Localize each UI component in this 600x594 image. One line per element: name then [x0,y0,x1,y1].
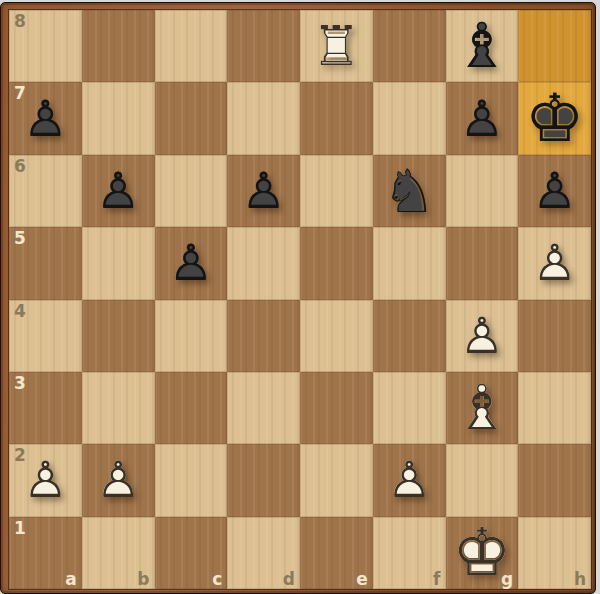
square-f6[interactable]: ♞♘ [373,155,446,227]
square-e6[interactable] [300,155,373,227]
square-h4[interactable] [518,300,591,372]
white-king-outline-icon: ♔ [446,517,519,589]
square-e7[interactable] [300,82,373,154]
chess-board: 8♜♖♝♗7♟♙♟♙♚♔6♟♙♟♙♞♘♟♙5♟♙♟♙4♟♙3♝♗2♟♙♟♙♟♙1… [9,10,591,589]
square-e8[interactable]: ♜♖ [300,10,373,82]
square-b7[interactable] [82,82,155,154]
square-f7[interactable] [373,82,446,154]
square-c5[interactable]: ♟♙ [155,227,228,299]
square-a2[interactable]: 2♟♙ [9,444,82,516]
rank-label-1: 1 [14,519,26,538]
square-c4[interactable] [155,300,228,372]
square-h5[interactable]: ♟♙ [518,227,591,299]
square-d1[interactable]: d [227,517,300,589]
square-h7[interactable]: ♚♔ [518,82,591,154]
rank-label-5: 5 [14,229,26,248]
square-d3[interactable] [227,372,300,444]
rank-label-4: 4 [14,302,26,321]
black-king-outline-icon: ♔ [518,82,591,154]
square-g7[interactable]: ♟♙ [446,82,519,154]
square-g5[interactable] [446,227,519,299]
black-bishop-outline-icon: ♗ [446,10,519,82]
square-e1[interactable]: e [300,517,373,589]
piece-black-pawn-d6[interactable]: ♟♙ [227,155,300,227]
square-d2[interactable] [227,444,300,516]
square-f4[interactable] [373,300,446,372]
square-a6[interactable]: 6 [9,155,82,227]
piece-black-bishop-g8[interactable]: ♝♗ [446,10,519,82]
square-d8[interactable] [227,10,300,82]
black-knight-outline-icon: ♘ [373,155,446,227]
square-b4[interactable] [82,300,155,372]
square-c7[interactable] [155,82,228,154]
square-h8[interactable] [518,10,591,82]
square-c8[interactable] [155,10,228,82]
square-b8[interactable] [82,10,155,82]
square-e5[interactable] [300,227,373,299]
square-g4[interactable]: ♟♙ [446,300,519,372]
piece-white-king-g1[interactable]: ♚♔ [446,517,519,589]
square-f8[interactable] [373,10,446,82]
piece-black-knight-f6[interactable]: ♞♘ [373,155,446,227]
rank-label-8: 8 [14,12,26,31]
file-label-b: b [137,570,149,589]
file-label-d: d [283,570,295,589]
square-e3[interactable] [300,372,373,444]
piece-white-pawn-a2[interactable]: ♟♙ [9,444,82,516]
piece-white-pawn-g4[interactable]: ♟♙ [446,300,519,372]
rank-label-3: 3 [14,374,26,393]
square-f1[interactable]: f [373,517,446,589]
piece-white-pawn-h5[interactable]: ♟♙ [518,227,591,299]
black-pawn-outline-icon: ♙ [227,155,300,227]
square-b6[interactable]: ♟♙ [82,155,155,227]
square-d6[interactable]: ♟♙ [227,155,300,227]
piece-black-king-h7[interactable]: ♚♔ [518,82,591,154]
piece-white-bishop-g3[interactable]: ♝♗ [446,372,519,444]
square-f3[interactable] [373,372,446,444]
file-label-f: f [433,570,440,589]
piece-black-pawn-b6[interactable]: ♟♙ [82,155,155,227]
square-c3[interactable] [155,372,228,444]
white-pawn-outline-icon: ♙ [373,444,446,516]
square-a5[interactable]: 5 [9,227,82,299]
square-e4[interactable] [300,300,373,372]
square-h1[interactable]: h [518,517,591,589]
square-h6[interactable]: ♟♙ [518,155,591,227]
square-h2[interactable] [518,444,591,516]
square-a8[interactable]: 8 [9,10,82,82]
square-a1[interactable]: 1a [9,517,82,589]
black-pawn-outline-icon: ♙ [446,82,519,154]
piece-white-pawn-b2[interactable]: ♟♙ [82,444,155,516]
piece-white-rook-e8[interactable]: ♜♖ [300,10,373,82]
piece-black-pawn-g7[interactable]: ♟♙ [446,82,519,154]
square-g2[interactable] [446,444,519,516]
square-h3[interactable] [518,372,591,444]
square-b5[interactable] [82,227,155,299]
square-g1[interactable]: g♚♔ [446,517,519,589]
square-c1[interactable]: c [155,517,228,589]
square-c6[interactable] [155,155,228,227]
white-bishop-outline-icon: ♗ [446,372,519,444]
square-d7[interactable] [227,82,300,154]
square-e2[interactable] [300,444,373,516]
square-f5[interactable] [373,227,446,299]
white-rook-outline-icon: ♖ [300,10,373,82]
square-g3[interactable]: ♝♗ [446,372,519,444]
white-pawn-outline-icon: ♙ [446,300,519,372]
piece-black-pawn-a7[interactable]: ♟♙ [9,82,82,154]
square-b1[interactable]: b [82,517,155,589]
board-frame: 8♜♖♝♗7♟♙♟♙♚♔6♟♙♟♙♞♘♟♙5♟♙♟♙4♟♙3♝♗2♟♙♟♙♟♙1… [0,2,596,594]
file-label-c: c [212,570,222,589]
square-b2[interactable]: ♟♙ [82,444,155,516]
rank-label-6: 6 [14,157,26,176]
square-a7[interactable]: 7♟♙ [9,82,82,154]
white-pawn-outline-icon: ♙ [82,444,155,516]
black-pawn-outline-icon: ♙ [82,155,155,227]
square-a4[interactable]: 4 [9,300,82,372]
square-g8[interactable]: ♝♗ [446,10,519,82]
file-label-h: h [574,570,586,589]
piece-white-pawn-f2[interactable]: ♟♙ [373,444,446,516]
file-label-e: e [356,570,368,589]
black-pawn-outline-icon: ♙ [155,227,228,299]
square-d5[interactable] [227,227,300,299]
black-pawn-outline-icon: ♙ [518,155,591,227]
square-g6[interactable] [446,155,519,227]
square-d4[interactable] [227,300,300,372]
white-pawn-outline-icon: ♙ [9,444,82,516]
white-pawn-outline-icon: ♙ [518,227,591,299]
file-label-a: a [65,570,76,589]
square-a3[interactable]: 3 [9,372,82,444]
piece-black-pawn-c5[interactable]: ♟♙ [155,227,228,299]
square-f2[interactable]: ♟♙ [373,444,446,516]
black-pawn-outline-icon: ♙ [9,82,82,154]
square-b3[interactable] [82,372,155,444]
square-c2[interactable] [155,444,228,516]
piece-black-pawn-h6[interactable]: ♟♙ [518,155,591,227]
